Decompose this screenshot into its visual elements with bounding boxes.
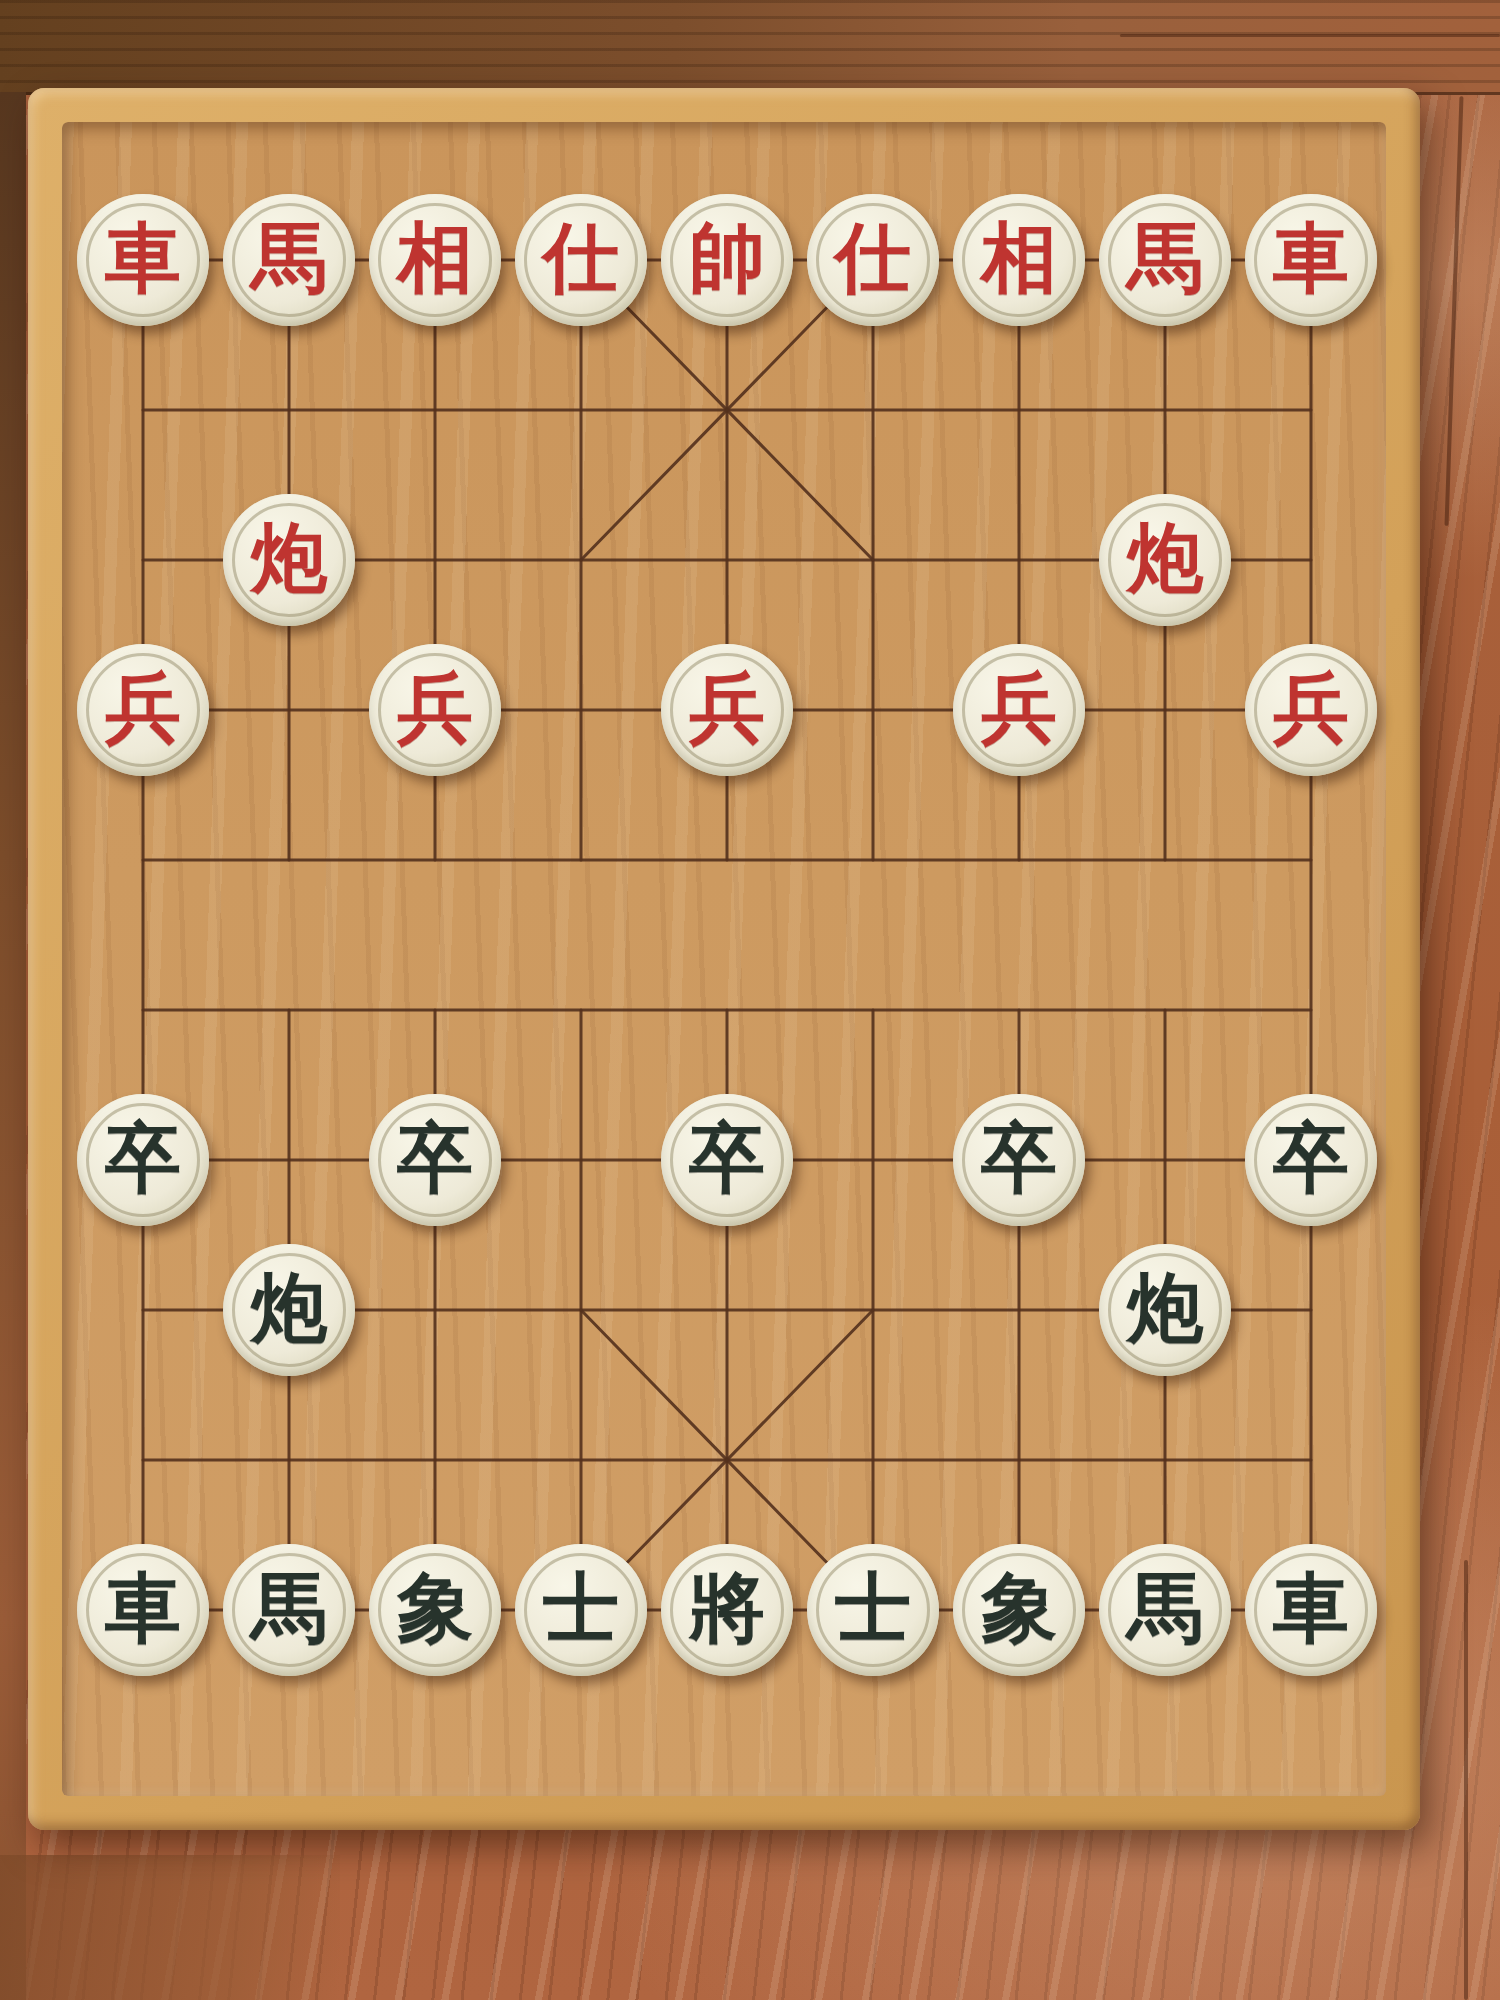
piece-black-cannon[interactable]: 炮 (1099, 1244, 1231, 1376)
piece-black-elephant[interactable]: 象 (953, 1544, 1085, 1676)
piece-red-elephant[interactable]: 相 (369, 194, 501, 326)
piece-glyph: 炮 (1127, 1270, 1203, 1346)
piece-red-chariot[interactable]: 車 (77, 194, 209, 326)
piece-black-soldier[interactable]: 卒 (369, 1094, 501, 1226)
piece-red-cannon[interactable]: 炮 (223, 494, 355, 626)
piece-glyph: 兵 (397, 670, 473, 746)
piece-glyph: 士 (835, 1570, 911, 1646)
piece-red-advisor[interactable]: 仕 (807, 194, 939, 326)
piece-black-cannon[interactable]: 炮 (223, 1244, 355, 1376)
piece-black-advisor[interactable]: 士 (515, 1544, 647, 1676)
piece-glyph: 車 (105, 1570, 181, 1646)
piece-black-elephant[interactable]: 象 (369, 1544, 501, 1676)
piece-black-horse[interactable]: 馬 (223, 1544, 355, 1676)
piece-glyph: 炮 (251, 1270, 327, 1346)
piece-red-soldier[interactable]: 兵 (77, 644, 209, 776)
piece-black-horse[interactable]: 馬 (1099, 1544, 1231, 1676)
piece-glyph: 卒 (981, 1120, 1057, 1196)
piece-glyph: 卒 (397, 1120, 473, 1196)
piece-glyph: 馬 (1127, 1570, 1203, 1646)
floor-plank-top (0, 0, 1500, 95)
piece-glyph: 兵 (1273, 670, 1349, 746)
piece-glyph: 兵 (105, 670, 181, 746)
piece-glyph: 車 (105, 220, 181, 296)
piece-black-soldier[interactable]: 卒 (953, 1094, 1085, 1226)
piece-glyph: 馬 (251, 220, 327, 296)
piece-glyph: 士 (543, 1570, 619, 1646)
piece-glyph: 兵 (981, 670, 1057, 746)
piece-glyph: 兵 (689, 670, 765, 746)
floor-strip-left (0, 92, 26, 2000)
floor-seam (1120, 34, 1500, 37)
photo-stage: 車馬相仕帥仕相馬車炮炮兵兵兵兵兵卒卒卒卒卒炮炮車馬象士將士象馬車 (0, 0, 1500, 2000)
piece-glyph: 馬 (1127, 220, 1203, 296)
piece-red-soldier[interactable]: 兵 (953, 644, 1085, 776)
piece-black-soldier[interactable]: 卒 (661, 1094, 793, 1226)
piece-red-soldier[interactable]: 兵 (369, 644, 501, 776)
piece-red-cannon[interactable]: 炮 (1099, 494, 1231, 626)
piece-glyph: 帥 (689, 220, 765, 296)
piece-black-soldier[interactable]: 卒 (77, 1094, 209, 1226)
piece-glyph: 車 (1273, 1570, 1349, 1646)
piece-black-advisor[interactable]: 士 (807, 1544, 939, 1676)
piece-glyph: 馬 (251, 1570, 327, 1646)
piece-red-chariot[interactable]: 車 (1245, 194, 1377, 326)
piece-red-general[interactable]: 帥 (661, 194, 793, 326)
piece-red-horse[interactable]: 馬 (1099, 194, 1231, 326)
piece-glyph: 象 (981, 1570, 1057, 1646)
piece-black-soldier[interactable]: 卒 (1245, 1094, 1377, 1226)
piece-glyph: 卒 (105, 1120, 181, 1196)
piece-red-soldier[interactable]: 兵 (661, 644, 793, 776)
piece-glyph: 仕 (543, 220, 619, 296)
piece-red-elephant[interactable]: 相 (953, 194, 1085, 326)
piece-red-horse[interactable]: 馬 (223, 194, 355, 326)
piece-black-general[interactable]: 將 (661, 1544, 793, 1676)
piece-red-advisor[interactable]: 仕 (515, 194, 647, 326)
xiangqi-board: 車馬相仕帥仕相馬車炮炮兵兵兵兵兵卒卒卒卒卒炮炮車馬象士將士象馬車 (28, 88, 1420, 1830)
piece-glyph: 將 (689, 1570, 765, 1646)
piece-glyph: 卒 (1273, 1120, 1349, 1196)
piece-glyph: 車 (1273, 220, 1349, 296)
piece-glyph: 炮 (1127, 520, 1203, 596)
piece-glyph: 象 (397, 1570, 473, 1646)
floor-seam (1444, 96, 1463, 526)
piece-black-chariot[interactable]: 車 (77, 1544, 209, 1676)
piece-red-soldier[interactable]: 兵 (1245, 644, 1377, 776)
floor-seam (1464, 1560, 1468, 2000)
floor-patch-bottom-left (0, 1855, 340, 2000)
river-band (143, 860, 1311, 1010)
piece-glyph: 炮 (251, 520, 327, 596)
piece-glyph: 相 (397, 220, 473, 296)
piece-glyph: 卒 (689, 1120, 765, 1196)
piece-glyph: 相 (981, 220, 1057, 296)
piece-black-chariot[interactable]: 車 (1245, 1544, 1377, 1676)
piece-glyph: 仕 (835, 220, 911, 296)
